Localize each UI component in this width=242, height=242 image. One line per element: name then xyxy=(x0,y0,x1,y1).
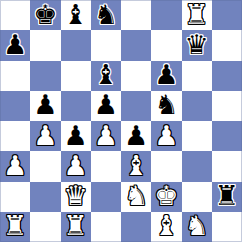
piece-white-pawn[interactable]: ♟ xyxy=(3,152,27,179)
square-g8[interactable]: ♜ xyxy=(182,0,212,30)
square-d5[interactable]: ♟ xyxy=(91,91,121,121)
square-e1[interactable] xyxy=(121,212,151,242)
square-h1[interactable] xyxy=(212,212,242,242)
chess-board: ♚♝♞♜♟♛♝♟♟♟♞♟♟♟♟♟♟♟♝♛♞♚♜♜♜♝♞ xyxy=(0,0,242,242)
piece-black-pawn[interactable]: ♟ xyxy=(33,91,57,118)
square-f7[interactable] xyxy=(151,30,181,60)
square-d3[interactable] xyxy=(91,151,121,181)
square-e5[interactable] xyxy=(121,91,151,121)
piece-white-knight[interactable]: ♞ xyxy=(185,212,209,239)
square-f1[interactable]: ♝ xyxy=(151,212,181,242)
square-f4[interactable]: ♟ xyxy=(151,121,181,151)
piece-white-knight[interactable]: ♞ xyxy=(124,182,148,209)
square-b7[interactable] xyxy=(30,30,60,60)
piece-black-bishop[interactable]: ♝ xyxy=(64,1,88,28)
square-h5[interactable] xyxy=(212,91,242,121)
piece-black-pawn[interactable]: ♟ xyxy=(64,122,88,149)
square-h6[interactable] xyxy=(212,61,242,91)
square-e3[interactable]: ♝ xyxy=(121,151,151,181)
square-h8[interactable] xyxy=(212,0,242,30)
square-g3[interactable] xyxy=(182,151,212,181)
square-h3[interactable] xyxy=(212,151,242,181)
piece-white-king[interactable]: ♚ xyxy=(154,182,178,209)
square-d4[interactable]: ♟ xyxy=(91,121,121,151)
square-g1[interactable]: ♞ xyxy=(182,212,212,242)
piece-black-pawn[interactable]: ♟ xyxy=(154,61,178,88)
square-e2[interactable]: ♞ xyxy=(121,182,151,212)
square-a4[interactable] xyxy=(0,121,30,151)
square-b2[interactable] xyxy=(30,182,60,212)
square-d6[interactable]: ♝ xyxy=(91,61,121,91)
square-g7[interactable]: ♛ xyxy=(182,30,212,60)
square-d1[interactable] xyxy=(91,212,121,242)
square-b1[interactable] xyxy=(30,212,60,242)
square-a5[interactable] xyxy=(0,91,30,121)
square-c2[interactable]: ♛ xyxy=(61,182,91,212)
piece-white-bishop[interactable]: ♝ xyxy=(154,212,178,239)
square-e4[interactable]: ♟ xyxy=(121,121,151,151)
piece-white-rook[interactable]: ♜ xyxy=(3,212,27,239)
square-g6[interactable] xyxy=(182,61,212,91)
square-b8[interactable]: ♚ xyxy=(30,0,60,30)
square-b6[interactable] xyxy=(30,61,60,91)
square-d7[interactable] xyxy=(91,30,121,60)
square-e8[interactable] xyxy=(121,0,151,30)
square-f5[interactable]: ♞ xyxy=(151,91,181,121)
square-f8[interactable] xyxy=(151,0,181,30)
piece-white-bishop[interactable]: ♝ xyxy=(124,152,148,179)
chess-board-container: ♚♝♞♜♟♛♝♟♟♟♞♟♟♟♟♟♟♟♝♛♞♚♜♜♜♝♞ xyxy=(0,0,242,242)
square-a3[interactable]: ♟ xyxy=(0,151,30,181)
piece-white-queen[interactable]: ♛ xyxy=(64,182,88,209)
square-f6[interactable]: ♟ xyxy=(151,61,181,91)
square-e7[interactable] xyxy=(121,30,151,60)
square-b5[interactable]: ♟ xyxy=(30,91,60,121)
square-a2[interactable] xyxy=(0,182,30,212)
square-c8[interactable]: ♝ xyxy=(61,0,91,30)
piece-white-pawn[interactable]: ♟ xyxy=(33,122,57,149)
piece-black-pawn[interactable]: ♟ xyxy=(94,91,118,118)
square-c7[interactable] xyxy=(61,30,91,60)
piece-white-rook[interactable]: ♜ xyxy=(64,212,88,239)
square-h4[interactable] xyxy=(212,121,242,151)
square-c5[interactable] xyxy=(61,91,91,121)
piece-white-pawn[interactable]: ♟ xyxy=(64,152,88,179)
square-f3[interactable] xyxy=(151,151,181,181)
square-g4[interactable] xyxy=(182,121,212,151)
square-b4[interactable]: ♟ xyxy=(30,121,60,151)
square-h2[interactable]: ♜ xyxy=(212,182,242,212)
square-d2[interactable] xyxy=(91,182,121,212)
piece-black-king[interactable]: ♚ xyxy=(33,1,57,28)
piece-black-rook[interactable]: ♜ xyxy=(215,182,239,209)
square-h7[interactable] xyxy=(212,30,242,60)
piece-black-pawn[interactable]: ♟ xyxy=(3,31,27,58)
square-a8[interactable] xyxy=(0,0,30,30)
square-g2[interactable] xyxy=(182,182,212,212)
square-f2[interactable]: ♚ xyxy=(151,182,181,212)
square-a1[interactable]: ♜ xyxy=(0,212,30,242)
square-c4[interactable]: ♟ xyxy=(61,121,91,151)
piece-black-pawn[interactable]: ♟ xyxy=(124,122,148,149)
piece-black-knight[interactable]: ♞ xyxy=(154,91,178,118)
piece-white-pawn[interactable]: ♟ xyxy=(94,122,118,149)
square-c1[interactable]: ♜ xyxy=(61,212,91,242)
piece-black-knight[interactable]: ♞ xyxy=(94,1,118,28)
square-d8[interactable]: ♞ xyxy=(91,0,121,30)
square-c3[interactable]: ♟ xyxy=(61,151,91,181)
square-a6[interactable] xyxy=(0,61,30,91)
square-g5[interactable] xyxy=(182,91,212,121)
square-a7[interactable]: ♟ xyxy=(0,30,30,60)
square-e6[interactable] xyxy=(121,61,151,91)
square-b3[interactable] xyxy=(30,151,60,181)
piece-black-bishop[interactable]: ♝ xyxy=(94,61,118,88)
piece-white-pawn[interactable]: ♟ xyxy=(154,122,178,149)
square-c6[interactable] xyxy=(61,61,91,91)
piece-black-queen[interactable]: ♛ xyxy=(185,31,209,58)
piece-white-rook[interactable]: ♜ xyxy=(185,1,209,28)
